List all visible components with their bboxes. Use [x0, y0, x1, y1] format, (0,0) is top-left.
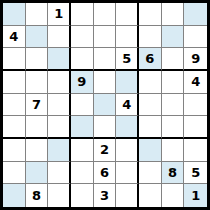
cell-r3c6[interactable]: 5	[116, 48, 139, 71]
cell-r6c2[interactable]	[26, 116, 49, 139]
cell-r2c8[interactable]	[162, 26, 185, 49]
cell-r1c9[interactable]	[184, 3, 207, 26]
cell-r6c5[interactable]	[94, 116, 117, 139]
cell-r5c1[interactable]	[3, 94, 26, 117]
cell-r4c9[interactable]: 4	[184, 71, 207, 94]
cell-r8c4[interactable]	[71, 162, 94, 185]
cell-r8c8[interactable]: 8	[162, 162, 185, 185]
cell-r5c4[interactable]	[71, 94, 94, 117]
cell-r3c8[interactable]	[162, 48, 185, 71]
cell-r5c2[interactable]: 7	[26, 94, 49, 117]
cell-r5c8[interactable]	[162, 94, 185, 117]
cell-r9c8[interactable]	[162, 184, 185, 207]
cell-r7c9[interactable]	[184, 139, 207, 162]
cell-r7c5[interactable]: 2	[94, 139, 117, 162]
cell-r1c5[interactable]	[94, 3, 117, 26]
cell-r4c7[interactable]	[139, 71, 162, 94]
cell-r1c2[interactable]	[26, 3, 49, 26]
cell-r3c3[interactable]	[48, 48, 71, 71]
cell-r2c2[interactable]	[26, 26, 49, 49]
cell-r1c8[interactable]	[162, 3, 185, 26]
cell-r6c8[interactable]	[162, 116, 185, 139]
cell-r2c7[interactable]	[139, 26, 162, 49]
cell-r9c3[interactable]	[48, 184, 71, 207]
cell-r7c8[interactable]	[162, 139, 185, 162]
cell-r1c6[interactable]	[116, 3, 139, 26]
cell-r2c6[interactable]	[116, 26, 139, 49]
cell-r3c5[interactable]	[94, 48, 117, 71]
cell-r2c1[interactable]: 4	[3, 26, 26, 49]
cell-r6c1[interactable]	[3, 116, 26, 139]
cell-r4c2[interactable]	[26, 71, 49, 94]
cell-r2c3[interactable]	[48, 26, 71, 49]
cell-r3c4[interactable]	[71, 48, 94, 71]
cell-r1c3[interactable]: 1	[48, 3, 71, 26]
cell-r7c1[interactable]	[3, 139, 26, 162]
cell-r6c6[interactable]	[116, 116, 139, 139]
cell-r4c5[interactable]	[94, 71, 117, 94]
cell-r8c7[interactable]	[139, 162, 162, 185]
cell-r7c3[interactable]	[48, 139, 71, 162]
cell-r8c3[interactable]	[48, 162, 71, 185]
cell-r2c5[interactable]	[94, 26, 117, 49]
cell-r8c1[interactable]	[3, 162, 26, 185]
cell-r5c5[interactable]	[94, 94, 117, 117]
cell-r7c7[interactable]	[139, 139, 162, 162]
cell-r4c4[interactable]: 9	[71, 71, 94, 94]
cell-r7c2[interactable]	[26, 139, 49, 162]
cell-r4c1[interactable]	[3, 71, 26, 94]
cell-r9c6[interactable]	[116, 184, 139, 207]
cell-r9c4[interactable]	[71, 184, 94, 207]
cell-r2c4[interactable]	[71, 26, 94, 49]
cell-r6c3[interactable]	[48, 116, 71, 139]
cell-r8c5[interactable]: 6	[94, 162, 117, 185]
cell-r3c1[interactable]	[3, 48, 26, 71]
cell-r6c9[interactable]	[184, 116, 207, 139]
cell-r5c9[interactable]	[184, 94, 207, 117]
cell-r9c5[interactable]: 3	[94, 184, 117, 207]
cell-r5c6[interactable]: 4	[116, 94, 139, 117]
cell-r6c4[interactable]	[71, 116, 94, 139]
cell-r9c9[interactable]: 1	[184, 184, 207, 207]
cell-r8c9[interactable]: 5	[184, 162, 207, 185]
cell-r1c4[interactable]	[71, 3, 94, 26]
cell-r9c1[interactable]	[3, 184, 26, 207]
cell-r9c2[interactable]: 8	[26, 184, 49, 207]
cell-r5c3[interactable]	[48, 94, 71, 117]
cell-r8c2[interactable]	[26, 162, 49, 185]
cell-r6c7[interactable]	[139, 116, 162, 139]
cell-r5c7[interactable]	[139, 94, 162, 117]
cell-r9c7[interactable]	[139, 184, 162, 207]
cell-r4c3[interactable]	[48, 71, 71, 94]
cell-r1c1[interactable]	[3, 3, 26, 26]
cell-r1c7[interactable]	[139, 3, 162, 26]
cell-r7c4[interactable]	[71, 139, 94, 162]
cell-r3c2[interactable]	[26, 48, 49, 71]
sudoku-board: 1456994742685831	[0, 0, 210, 210]
cell-r8c6[interactable]	[116, 162, 139, 185]
cell-r3c9[interactable]: 9	[184, 48, 207, 71]
cell-r2c9[interactable]	[184, 26, 207, 49]
cell-r3c7[interactable]: 6	[139, 48, 162, 71]
cell-r4c6[interactable]	[116, 71, 139, 94]
cell-r4c8[interactable]	[162, 71, 185, 94]
cell-r7c6[interactable]	[116, 139, 139, 162]
